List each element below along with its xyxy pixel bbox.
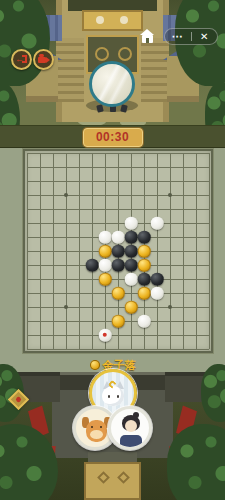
temple-gold-band — [82, 10, 143, 31]
stone-gold — [99, 273, 112, 286]
grid-line — [209, 153, 210, 349]
gomoku-board[interactable] — [23, 149, 213, 353]
game-screen: ← ⋯ ✕ 00:30 金子落 — [0, 0, 225, 500]
stone-white — [99, 259, 112, 272]
close-button[interactable]: ✕ — [192, 30, 218, 44]
stone-white-last-move — [99, 329, 112, 342]
stone-white — [138, 315, 151, 328]
stone-white — [125, 273, 138, 286]
stone-white — [125, 217, 138, 230]
stairs-right — [141, 38, 169, 102]
grid-line — [27, 349, 209, 350]
stone-gold — [99, 245, 112, 258]
home-button[interactable] — [139, 28, 156, 45]
stone-gold — [138, 245, 151, 258]
stone-black — [151, 273, 164, 286]
stone-black — [112, 259, 125, 272]
stone-white — [151, 217, 164, 230]
stone-white — [99, 231, 112, 244]
foliage-bottom-right — [167, 424, 225, 500]
stone-gold — [112, 315, 125, 328]
timer-strip: 00:30 — [0, 125, 225, 148]
grid-line — [170, 153, 171, 349]
stone-gold — [138, 259, 151, 272]
white-cat-character — [102, 386, 124, 406]
stone-gold — [138, 287, 151, 300]
system-capsule: ⋯ ✕ — [164, 28, 218, 45]
star-point — [168, 305, 172, 309]
gomoku-grid — [27, 153, 209, 349]
star-point — [168, 193, 172, 197]
move-timer: 00:30 — [83, 128, 143, 147]
stone-black — [112, 245, 125, 258]
stone-white — [151, 287, 164, 300]
stone-gold — [125, 301, 138, 314]
more-options-button[interactable]: ⋯ — [165, 30, 191, 43]
star-point — [64, 193, 68, 197]
stone-black — [125, 245, 138, 258]
grid-line — [196, 153, 197, 349]
star-point — [64, 305, 68, 309]
stairs-left — [56, 38, 84, 102]
grid-line — [27, 307, 209, 308]
stone-black — [125, 231, 138, 244]
foliage-bottom-left — [0, 424, 58, 500]
stone-gold — [112, 287, 125, 300]
gold-coin-icon — [90, 360, 100, 370]
grid-line — [27, 335, 209, 336]
grid-line — [157, 153, 158, 349]
grid-line — [27, 279, 209, 280]
stone-black — [86, 259, 99, 272]
top-scene: ← ⋯ ✕ — [0, 0, 225, 127]
stone-black — [125, 259, 138, 272]
stone-black — [138, 231, 151, 244]
grid-line — [183, 153, 184, 349]
stone-white — [112, 231, 125, 244]
record-button[interactable] — [33, 49, 54, 70]
avatar-player-right[interactable] — [108, 406, 152, 450]
white-drum-table — [89, 61, 135, 107]
exit-button[interactable]: ← — [11, 49, 32, 70]
stone-black — [138, 273, 151, 286]
gold-panel — [84, 462, 141, 500]
